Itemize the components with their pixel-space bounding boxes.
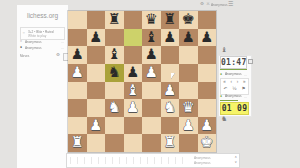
square-h8[interactable] (198, 11, 217, 29)
square-f5[interactable] (161, 64, 180, 82)
black-player-rating: … (61, 46, 64, 49)
white-pawn[interactable]: ♟ (161, 82, 180, 100)
square-a3[interactable] (68, 99, 87, 117)
game-info-line-1: 3+2 • Blitz • Rated (28, 30, 53, 33)
square-h1[interactable]: ♚ (198, 134, 217, 152)
black-pawn[interactable]: ♟ (87, 29, 106, 47)
player-bottom-name[interactable]: Anonymous (225, 94, 242, 97)
black-queen[interactable]: ♛ (142, 11, 161, 29)
move-strip-text-1: Anonymous (194, 156, 211, 159)
black-pawn[interactable]: ♟ (161, 29, 180, 47)
scroll-down-icon[interactable]: ∨ (234, 161, 237, 165)
challenge-icon[interactable]: ⚔ (206, 2, 210, 7)
square-g8[interactable]: ♚ (179, 11, 198, 29)
square-a1[interactable]: ♜ (68, 134, 87, 152)
next-move-button[interactable]: › (237, 80, 239, 85)
square-h7[interactable]: ♟ (198, 29, 217, 47)
square-g3[interactable]: ♛ (179, 99, 198, 117)
square-c6[interactable]: ♝ (105, 46, 124, 64)
square-d1[interactable] (124, 134, 143, 152)
white-player-rating: … (61, 40, 64, 43)
square-d6[interactable] (124, 46, 143, 64)
white-knight[interactable]: ♞ (105, 99, 124, 117)
square-f8[interactable]: ♜ (161, 11, 180, 29)
square-a4[interactable] (68, 82, 87, 100)
clock-icon: ○ (23, 31, 25, 35)
white-player-name[interactable]: Anonymous (25, 40, 42, 43)
black-king[interactable]: ♚ (179, 11, 198, 29)
white-queen[interactable]: ♛ (179, 99, 198, 117)
square-h3[interactable] (198, 99, 217, 117)
black-time-bar (220, 69, 247, 71)
square-g4[interactable] (179, 82, 198, 100)
berserk-icon (248, 59, 253, 64)
square-b3[interactable] (87, 99, 106, 117)
takeback-button[interactable]: ↶ (223, 87, 227, 92)
sidebar: lichess.org ○ 3+2 • Blitz • Rated White … (17, 5, 69, 168)
square-e3[interactable] (142, 99, 161, 117)
square-a5[interactable]: ♟ (68, 64, 87, 82)
move-strip-text-2: Anonymous (194, 161, 211, 164)
square-b4[interactable] (87, 82, 106, 100)
gear-icon[interactable]: ⚙ (56, 53, 60, 58)
square-a8[interactable] (68, 11, 87, 29)
square-g5[interactable] (179, 64, 198, 82)
white-clock: 01 09 (220, 102, 249, 115)
white-rook[interactable]: ♜ (161, 134, 180, 152)
white-pawn[interactable]: ♟ (87, 117, 106, 135)
player-bottom-row: ● Anonymous … (220, 94, 248, 99)
square-c3[interactable]: ♞ (105, 99, 124, 117)
player-top-name[interactable]: Anonymous (225, 72, 242, 75)
white-bishop[interactable]: ♝ (124, 82, 143, 100)
white-pawn[interactable]: ♟ (142, 64, 161, 82)
square-b7[interactable]: ♟ (87, 29, 106, 47)
black-bishop[interactable]: ♝ (105, 46, 124, 64)
square-e2[interactable] (142, 117, 161, 135)
black-knight[interactable]: ♞ (105, 64, 124, 82)
square-b2[interactable]: ♟ (87, 117, 106, 135)
scroll-up-icon[interactable]: ∧ (234, 156, 237, 160)
white-king[interactable]: ♚ (198, 134, 217, 152)
square-a2[interactable] (68, 117, 87, 135)
captured-black-knight-icon: ♞ (221, 116, 227, 123)
sidebar-white-player-row: ○ Anonymous … (20, 39, 65, 44)
moves-label: Moves (20, 54, 29, 57)
square-f6[interactable] (161, 46, 180, 64)
game-controls: « ‹ › » ↶ ½ ⚑ (220, 78, 249, 95)
square-c8[interactable]: ♜ (105, 11, 124, 29)
square-c4[interactable] (105, 82, 124, 100)
square-c1[interactable] (105, 134, 124, 152)
square-g1[interactable] (179, 134, 198, 152)
black-bishop[interactable]: ♝ (142, 29, 161, 47)
square-d4[interactable]: ♝ (124, 82, 143, 100)
white-pawn[interactable]: ♟ (198, 117, 217, 135)
square-g2[interactable]: ♟ (179, 117, 198, 135)
black-clock: 01:47 (220, 56, 247, 69)
square-a7[interactable] (68, 29, 87, 47)
move-notation-ticks (70, 157, 188, 164)
square-e6[interactable]: ♟ (142, 46, 161, 64)
square-c2[interactable] (105, 117, 124, 135)
online-dot-icon: ● (220, 95, 222, 99)
square-b1[interactable] (87, 134, 106, 152)
square-e4[interactable] (142, 82, 161, 100)
site-title[interactable]: lichess.org (17, 5, 68, 19)
square-d5[interactable]: ♟ (124, 64, 143, 82)
square-e1[interactable] (142, 134, 161, 152)
square-c5[interactable]: ♞ (105, 64, 124, 82)
square-b8[interactable] (87, 11, 106, 29)
black-pawn[interactable]: ♟ (68, 46, 87, 64)
square-h4[interactable] (198, 82, 217, 100)
square-d2[interactable] (124, 117, 143, 135)
white-pawn[interactable]: ♟ (179, 117, 198, 135)
square-d8[interactable] (124, 11, 143, 29)
white-dot-icon: ○ (20, 40, 22, 44)
square-g6[interactable] (179, 46, 198, 64)
square-g7[interactable]: ♟ (179, 29, 198, 47)
online-dot-icon: ● (220, 73, 222, 77)
square-e5[interactable]: ♟ (142, 64, 161, 82)
move-list-strip[interactable]: Anonymous Anonymous ∧ ∨ (66, 153, 240, 168)
square-e7[interactable]: ♝ (142, 29, 161, 47)
black-rook[interactable]: ♜ (161, 11, 180, 29)
black-pawn[interactable]: ♟ (179, 29, 198, 47)
mouse-cursor (171, 73, 175, 79)
square-a6[interactable]: ♟ (68, 46, 87, 64)
username[interactable]: Anonymous (211, 3, 228, 6)
prev-move-button[interactable]: ‹ (231, 80, 233, 85)
white-rook[interactable]: ♜ (68, 134, 87, 152)
square-f4[interactable]: ♟ (161, 82, 180, 100)
black-rook[interactable]: ♜ (105, 11, 124, 29)
square-f1[interactable]: ♜ (161, 134, 180, 152)
settings-icon[interactable]: ⚙ (200, 2, 204, 7)
white-knight[interactable]: ♞ (161, 99, 180, 117)
first-move-button[interactable]: « (223, 80, 226, 85)
hamburger-icon[interactable]: ☰ (228, 1, 233, 7)
black-pawn[interactable]: ♟ (198, 29, 217, 47)
square-h6[interactable] (198, 46, 217, 64)
black-dot-icon: ● (20, 46, 22, 50)
player-bottom-rating: … (244, 95, 247, 98)
black-pawn[interactable]: ♟ (124, 64, 143, 82)
white-pawn[interactable]: ♟ (124, 99, 143, 117)
square-b5[interactable] (87, 64, 106, 82)
game-info-line-2: White to play (28, 34, 46, 37)
player-top-rating: … (244, 73, 247, 76)
last-move-button[interactable]: » (243, 80, 246, 85)
sidebar-black-player-row: ● Anonymous … (20, 45, 65, 50)
black-player-name[interactable]: Anonymous (25, 46, 42, 49)
resign-button[interactable]: ⚑ (241, 87, 245, 92)
square-d7[interactable] (124, 29, 143, 47)
square-f7[interactable]: ♟ (161, 29, 180, 47)
captured-white-bishop-icon: ♝ (221, 47, 227, 54)
square-h5[interactable] (198, 64, 217, 82)
square-f3[interactable]: ♞ (161, 99, 180, 117)
square-h2[interactable]: ♟ (198, 117, 217, 135)
square-f2[interactable] (161, 117, 180, 135)
square-d3[interactable]: ♟ (124, 99, 143, 117)
black-pawn[interactable]: ♟ (142, 46, 161, 64)
square-b6[interactable] (87, 46, 106, 64)
lichess-game-page: ⚙ ⚔ Anonymous ☰ lichess.org ○ 3+2 • Blit… (0, 0, 300, 168)
draw-offer-button[interactable]: ½ (232, 87, 236, 92)
white-pawn[interactable]: ♟ (68, 64, 87, 82)
square-c7[interactable] (105, 29, 124, 47)
player-top-row: ● Anonymous … (220, 72, 248, 77)
chess-board[interactable]: ♜♛♜♚♟♝♟♟♟♟♝♟♟♞♟♟♝♟♞♟♞♛♟♟♟♜♜♚ (68, 11, 216, 152)
square-e8[interactable]: ♛ (142, 11, 161, 29)
